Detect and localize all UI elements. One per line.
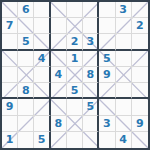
cell-r2c4[interactable] — [51, 18, 67, 34]
cell-r9c2[interactable] — [18, 132, 34, 148]
cell-r8c1[interactable] — [2, 116, 18, 132]
cell-r6c7[interactable] — [99, 83, 115, 99]
cell-r7c3[interactable] — [34, 99, 50, 115]
cell-r7c8[interactable] — [116, 99, 132, 115]
cell-r1c3[interactable] — [34, 2, 50, 18]
cell-r7c5[interactable] — [67, 99, 83, 115]
cell-r7c9[interactable] — [132, 99, 148, 115]
cell-r8c6[interactable] — [83, 116, 99, 132]
cell-r5c5[interactable] — [67, 67, 83, 83]
cell-r9c3[interactable]: 5 — [34, 132, 50, 148]
cell-r7c4[interactable] — [51, 99, 67, 115]
cell-r1c2[interactable]: 6 — [18, 2, 34, 18]
cell-r6c9[interactable] — [132, 83, 148, 99]
cell-r8c3[interactable] — [34, 116, 50, 132]
cell-r2c3[interactable] — [34, 18, 50, 34]
cell-r3c7[interactable] — [99, 34, 115, 50]
cell-r1c5[interactable] — [67, 2, 83, 18]
cell-r3c1[interactable] — [2, 34, 18, 50]
cell-r2c8[interactable] — [116, 18, 132, 34]
cell-r1c4[interactable] — [51, 2, 67, 18]
cell-r1c7[interactable] — [99, 2, 115, 18]
cell-r5c4[interactable]: 4 — [51, 67, 67, 83]
cell-r4c4[interactable] — [51, 51, 67, 67]
cell-r3c8[interactable] — [116, 34, 132, 50]
cell-r2c1[interactable]: 7 — [2, 18, 18, 34]
cell-r5c2[interactable] — [18, 67, 34, 83]
cell-r5c6[interactable]: 8 — [83, 67, 99, 83]
cell-r9c9[interactable] — [132, 132, 148, 148]
cell-r5c7[interactable]: 9 — [99, 67, 115, 83]
cell-r6c6[interactable] — [83, 83, 99, 99]
cell-r3c9[interactable] — [132, 34, 148, 50]
cell-r4c7[interactable]: 5 — [99, 51, 115, 67]
cell-r8c4[interactable]: 8 — [51, 116, 67, 132]
cell-r1c6[interactable] — [83, 2, 99, 18]
cell-r7c2[interactable] — [18, 99, 34, 115]
cell-r1c8[interactable]: 3 — [116, 2, 132, 18]
cell-r6c2[interactable]: 8 — [18, 83, 34, 99]
cell-r8c7[interactable]: 3 — [99, 116, 115, 132]
cell-r9c5[interactable] — [67, 132, 83, 148]
cell-r9c7[interactable] — [99, 132, 115, 148]
cell-r2c5[interactable] — [67, 18, 83, 34]
cell-r9c4[interactable] — [51, 132, 67, 148]
cell-grid: 63725234154898595839154 — [2, 2, 148, 148]
cell-r3c4[interactable] — [51, 34, 67, 50]
cell-r4c1[interactable] — [2, 51, 18, 67]
cell-r5c1[interactable] — [2, 67, 18, 83]
cell-r7c6[interactable]: 5 — [83, 99, 99, 115]
cell-r4c3[interactable]: 4 — [34, 51, 50, 67]
cell-r8c5[interactable] — [67, 116, 83, 132]
cell-r3c6[interactable]: 3 — [83, 34, 99, 50]
cell-r2c7[interactable] — [99, 18, 115, 34]
cell-r5c9[interactable] — [132, 67, 148, 83]
sudoku-board: 63725234154898595839154 — [0, 0, 150, 150]
cell-r3c2[interactable]: 5 — [18, 34, 34, 50]
cell-r4c6[interactable] — [83, 51, 99, 67]
cell-r9c1[interactable]: 1 — [2, 132, 18, 148]
cell-r6c8[interactable] — [116, 83, 132, 99]
cell-r6c5[interactable]: 5 — [67, 83, 83, 99]
cell-r2c6[interactable] — [83, 18, 99, 34]
cell-r1c1[interactable] — [2, 2, 18, 18]
cell-r6c1[interactable] — [2, 83, 18, 99]
cell-r9c8[interactable]: 4 — [116, 132, 132, 148]
cell-r2c2[interactable] — [18, 18, 34, 34]
cell-r4c5[interactable]: 1 — [67, 51, 83, 67]
cell-r9c6[interactable] — [83, 132, 99, 148]
cell-r4c2[interactable] — [18, 51, 34, 67]
cell-r8c2[interactable] — [18, 116, 34, 132]
cell-r7c1[interactable]: 9 — [2, 99, 18, 115]
cell-r6c3[interactable] — [34, 83, 50, 99]
cell-r6c4[interactable] — [51, 83, 67, 99]
cell-r1c9[interactable] — [132, 2, 148, 18]
cell-r5c8[interactable] — [116, 67, 132, 83]
cell-r5c3[interactable] — [34, 67, 50, 83]
cell-r7c7[interactable] — [99, 99, 115, 115]
cell-r3c5[interactable]: 2 — [67, 34, 83, 50]
cell-r8c9[interactable]: 9 — [132, 116, 148, 132]
cell-r4c8[interactable] — [116, 51, 132, 67]
cell-r4c9[interactable] — [132, 51, 148, 67]
cell-r3c3[interactable] — [34, 34, 50, 50]
cell-r8c8[interactable] — [116, 116, 132, 132]
cell-r2c9[interactable]: 2 — [132, 18, 148, 34]
